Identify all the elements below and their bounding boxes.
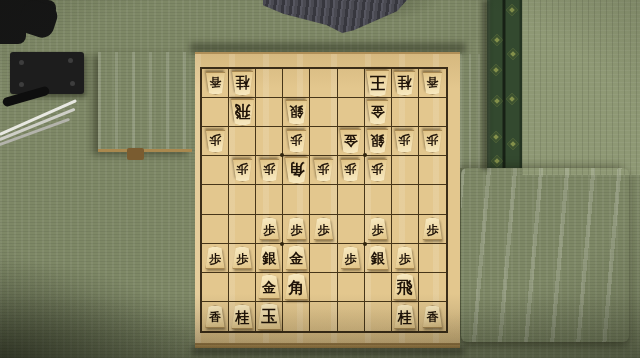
piece-kanji: 角 [288,275,304,299]
tatami-right-section [522,0,640,175]
square-3d[interactable]: 歩 [365,156,392,185]
square-8e[interactable] [229,185,256,214]
square-9e[interactable] [202,185,229,214]
piece-kanji: 金 [289,247,303,268]
piece-kanji: 歩 [263,219,275,239]
board-grid: 香桂王桂香飛銀金歩歩金銀歩歩歩歩角歩歩歩歩歩歩歩歩歩歩銀金歩銀歩金角飛香桂玉桂香 [200,67,448,333]
square-7f[interactable]: 歩 [256,215,283,244]
square-9d[interactable] [202,156,229,185]
piece-kanji: 金 [344,131,358,152]
square-5c[interactable] [310,127,337,156]
square-3g[interactable]: 銀 [365,244,392,273]
square-4f[interactable] [338,215,365,244]
board-side-face-right [460,54,484,168]
piece-kanji: 桂 [398,73,412,94]
piece-face: 香 [205,305,226,328]
square-8a[interactable]: 桂 [229,69,256,98]
square-7g[interactable]: 銀 [256,244,283,273]
piece-kanji: 金 [371,102,385,123]
piece-face: 金 [285,245,308,270]
piece-gote-pawn[interactable]: 歩 [422,130,443,153]
piece-sente-pawn[interactable]: 歩 [340,246,361,269]
piece-face: 歩 [422,130,443,153]
piece-gote-silver[interactable]: 銀 [285,100,308,125]
square-9g[interactable]: 歩 [202,244,229,273]
square-8g[interactable]: 歩 [229,244,256,273]
piece-gote-silver[interactable]: 銀 [366,129,389,154]
square-9f[interactable] [202,215,229,244]
piece-face: 歩 [367,217,388,240]
diamond-motif [491,95,502,106]
piece-face: 金 [339,129,362,154]
screw-icon [68,58,73,63]
square-3c[interactable]: 銀 [365,127,392,156]
screw-icon [19,60,24,65]
piece-gote-king[interactable]: 王 [365,70,390,97]
piece-face: 歩 [422,217,443,240]
shogi-scene: 香桂王桂香飛銀金歩歩金銀歩歩歩歩角歩歩歩歩歩歩歩歩歩歩銀金歩銀歩金角飛香桂玉桂香 [0,0,640,358]
square-7e[interactable] [256,185,283,214]
square-9i[interactable]: 香 [202,302,229,331]
square-6h[interactable]: 角 [283,273,310,302]
screw-icon [19,82,24,87]
piece-kanji: 歩 [372,219,384,239]
square-9c[interactable]: 歩 [202,127,229,156]
piece-kanji: 歩 [345,248,357,268]
piece-face: 歩 [259,159,280,182]
piece-kanji: 桂 [235,73,249,94]
piece-kanji: 香 [426,306,438,326]
square-7i[interactable]: 玉 [256,302,283,331]
piece-kanji: 歩 [290,131,302,151]
piece-gote-pawn[interactable]: 歩 [367,159,388,182]
piece-face: 歩 [313,159,334,182]
komadai-leg [127,148,144,160]
piece-face: 歩 [286,130,307,153]
piece-face: 歩 [394,130,415,153]
piece-face: 桂 [231,71,254,96]
square-8c[interactable] [229,127,256,156]
piece-face: 角 [284,157,309,184]
piece-kanji: 歩 [345,160,357,180]
square-2i[interactable]: 桂 [392,302,419,331]
piece-sente-knight[interactable]: 桂 [231,304,254,329]
square-5h[interactable] [310,273,337,302]
square-6f[interactable]: 歩 [283,215,310,244]
square-4c[interactable]: 金 [338,127,365,156]
square-6b[interactable]: 銀 [283,98,310,127]
piece-face: 桂 [231,304,254,329]
square-4h[interactable] [338,273,365,302]
square-1e[interactable] [419,185,446,214]
piece-sente-pawn[interactable]: 歩 [232,246,253,269]
square-8h[interactable] [229,273,256,302]
piece-sente-pawn[interactable]: 歩 [422,217,443,240]
square-8d[interactable]: 歩 [229,156,256,185]
piece-kanji: 玉 [261,304,277,328]
piece-kanji: 歩 [426,131,438,151]
square-3i[interactable] [365,302,392,331]
board-bottom-shadow [192,347,464,355]
square-3b[interactable]: 金 [365,98,392,127]
square-6c[interactable]: 歩 [283,127,310,156]
piece-face: 角 [284,273,309,300]
piece-sente-pawn[interactable]: 歩 [313,217,334,240]
square-7d[interactable]: 歩 [256,156,283,185]
piece-face: 玉 [257,303,282,330]
piece-face: 歩 [340,246,361,269]
piece-sente-gold[interactable]: 金 [258,274,281,299]
star-point [363,153,367,157]
square-2h[interactable]: 飛 [392,273,419,302]
square-8f[interactable] [229,215,256,244]
diamond-motif [506,4,517,15]
piece-kanji: 歩 [426,219,438,239]
piece-gote-lance[interactable]: 香 [422,72,443,95]
piece-kanji: 歩 [290,219,302,239]
piece-gote-pawn[interactable]: 歩 [313,159,334,182]
piece-face: 歩 [394,246,415,269]
square-7b[interactable] [256,98,283,127]
piece-kanji: 金 [262,276,276,297]
square-5i[interactable] [310,302,337,331]
piece-kanji: 王 [370,71,386,95]
diamond-motif [490,131,501,142]
piece-gote-pawn[interactable]: 歩 [232,159,253,182]
piece-gote-pawn[interactable]: 歩 [394,130,415,153]
piece-face: 香 [205,72,226,95]
piece-face: 王 [365,70,390,97]
piece-kanji: 銀 [289,102,303,123]
piece-kanji: 歩 [399,248,411,268]
piece-kanji: 銀 [371,247,385,268]
piece-kanji: 歩 [399,131,411,151]
piece-kanji: 歩 [263,160,275,180]
piece-face: 歩 [367,159,388,182]
diamond-motif [507,48,518,59]
piece-face: 歩 [232,246,253,269]
piece-face: 歩 [313,217,334,240]
piece-face: 桂 [393,71,416,96]
square-9a[interactable]: 香 [202,69,229,98]
square-6a[interactable] [283,69,310,98]
diamond-motif [490,64,501,75]
piece-kanji: 歩 [372,160,384,180]
square-6g[interactable]: 金 [283,244,310,273]
square-4e[interactable] [338,185,365,214]
piece-kanji: 飛 [397,275,413,299]
piece-sente-pawn[interactable]: 歩 [259,217,280,240]
piece-face: 銀 [258,245,281,270]
square-1d[interactable] [419,156,446,185]
square-8b[interactable]: 飛 [229,98,256,127]
piece-sente-pawn[interactable]: 歩 [205,246,226,269]
piece-kanji: 桂 [235,306,249,327]
piece-gote-pawn[interactable]: 歩 [205,130,226,153]
piece-face: 香 [422,72,443,95]
square-1h[interactable] [419,273,446,302]
piece-kanji: 銀 [371,131,385,152]
komadai-right[interactable] [461,168,629,342]
piece-gote-pawn[interactable]: 歩 [286,130,307,153]
piece-gote-lance[interactable]: 香 [205,72,226,95]
square-1g[interactable] [419,244,446,273]
piece-face: 香 [422,305,443,328]
piece-sente-gold[interactable]: 金 [285,245,308,270]
square-2c[interactable]: 歩 [392,127,419,156]
piece-sente-bishop[interactable]: 角 [284,273,309,300]
piece-kanji: 香 [209,73,221,93]
piece-gote-knight[interactable]: 桂 [393,71,416,96]
square-3e[interactable] [365,185,392,214]
piece-face: 桂 [393,304,416,329]
square-2f[interactable] [392,215,419,244]
diamond-motif [507,138,518,149]
star-point [280,153,284,157]
piece-sente-lance[interactable]: 香 [205,305,226,328]
piece-face: 銀 [366,129,389,154]
tatami-heri-band [487,0,522,168]
square-4d[interactable]: 歩 [338,156,365,185]
piece-sente-silver[interactable]: 銀 [366,245,389,270]
piece-face: 歩 [205,130,226,153]
piece-face: 歩 [340,159,361,182]
piece-gote-knight[interactable]: 桂 [231,71,254,96]
piece-kanji: 歩 [209,248,221,268]
piece-kanji: 角 [288,158,304,182]
piece-face: 銀 [285,100,308,125]
square-6d[interactable]: 角 [283,156,310,185]
square-2e[interactable] [392,185,419,214]
piece-face: 歩 [286,217,307,240]
square-1c[interactable]: 歩 [419,127,446,156]
piece-face: 銀 [366,245,389,270]
piece-face: 歩 [259,217,280,240]
piece-kanji: 桂 [398,306,412,327]
square-1i[interactable]: 香 [419,302,446,331]
piece-kanji: 歩 [209,131,221,151]
square-2g[interactable]: 歩 [392,244,419,273]
square-3a[interactable]: 王 [365,69,392,98]
piece-face: 歩 [205,246,226,269]
screw-icon [70,81,75,86]
piece-kanji: 歩 [317,219,329,239]
piece-gote-pawn[interactable]: 歩 [340,159,361,182]
square-2d[interactable] [392,156,419,185]
piece-gote-rook[interactable]: 飛 [230,99,255,126]
square-5b[interactable] [310,98,337,127]
piece-kanji: 歩 [236,248,248,268]
piece-kanji: 歩 [236,160,248,180]
star-point [280,242,284,246]
square-8i[interactable]: 桂 [229,302,256,331]
piece-gote-bishop[interactable]: 角 [284,157,309,184]
piece-face: 金 [366,100,389,125]
square-1a[interactable]: 香 [419,69,446,98]
diamond-motif [491,155,502,166]
square-5a[interactable] [310,69,337,98]
piece-kanji: 飛 [234,100,250,124]
square-5f[interactable]: 歩 [310,215,337,244]
square-2b[interactable] [392,98,419,127]
piece-sente-pawn[interactable]: 歩 [367,217,388,240]
square-7a[interactable] [256,69,283,98]
square-5g[interactable] [310,244,337,273]
square-6i[interactable] [283,302,310,331]
star-point [363,242,367,246]
square-9b[interactable] [202,98,229,127]
shogi-board: 香桂王桂香飛銀金歩歩金銀歩歩歩歩角歩歩歩歩歩歩歩歩歩歩銀金歩銀歩金角飛香桂玉桂香 [195,52,460,343]
square-4g[interactable]: 歩 [338,244,365,273]
piece-kanji: 香 [209,306,221,326]
square-4i[interactable] [338,302,365,331]
piece-gote-pawn[interactable]: 歩 [259,159,280,182]
square-7h[interactable]: 金 [256,273,283,302]
piece-sente-pawn[interactable]: 歩 [286,217,307,240]
piece-face: 飛 [392,273,417,300]
piece-sente-knight[interactable]: 桂 [393,304,416,329]
diamond-motif [491,34,502,45]
square-5d[interactable]: 歩 [310,156,337,185]
piece-kanji: 銀 [262,247,276,268]
piece-sente-lance[interactable]: 香 [422,305,443,328]
piece-sente-rook[interactable]: 飛 [392,273,417,300]
diamond-motif [506,93,517,104]
piece-sente-silver[interactable]: 銀 [258,245,281,270]
square-1b[interactable] [419,98,446,127]
square-9h[interactable] [202,273,229,302]
piece-kanji: 歩 [317,160,329,180]
camera-arm-base-icon [0,16,26,44]
piece-kanji: 香 [426,73,438,93]
piece-face: 飛 [230,99,255,126]
square-7c[interactable] [256,127,283,156]
komadai-left[interactable] [98,52,192,152]
piece-sente-pawn[interactable]: 歩 [394,246,415,269]
piece-gote-gold[interactable]: 金 [339,129,362,154]
piece-sente-king-jeweled[interactable]: 玉 [257,303,282,330]
square-1f[interactable]: 歩 [419,215,446,244]
square-6e[interactable] [283,185,310,214]
square-4b[interactable] [338,98,365,127]
square-4a[interactable] [338,69,365,98]
piece-face: 金 [258,274,281,299]
square-5e[interactable] [310,185,337,214]
piece-gote-gold[interactable]: 金 [366,100,389,125]
square-3f[interactable]: 歩 [365,215,392,244]
square-3h[interactable] [365,273,392,302]
piece-face: 歩 [232,159,253,182]
square-2a[interactable]: 桂 [392,69,419,98]
